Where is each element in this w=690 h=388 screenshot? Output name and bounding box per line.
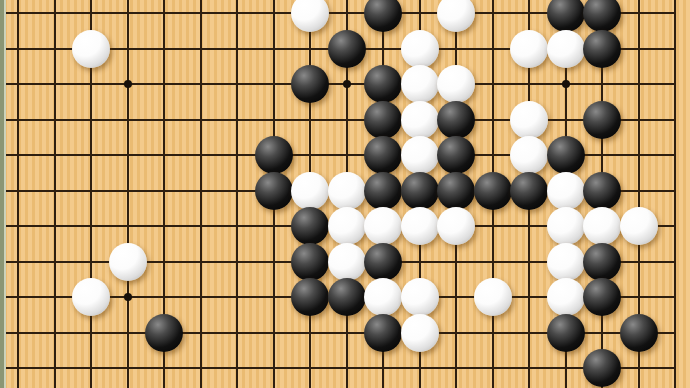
black-stone-18-11	[620, 314, 658, 352]
black-stone-9-10	[291, 278, 329, 316]
black-stone-8-6	[255, 136, 293, 174]
black-stone-15-7	[510, 172, 548, 210]
black-stone-13-6	[437, 136, 475, 174]
black-stone-10-10	[328, 278, 366, 316]
grid-line-h-12	[6, 367, 676, 369]
grid-line-v-1	[17, 0, 19, 388]
grid-line-v-4	[127, 0, 129, 388]
black-stone-17-3	[583, 30, 621, 68]
black-stone-11-2	[364, 0, 402, 32]
white-stone-16-10	[547, 278, 585, 316]
black-stone-13-5	[437, 101, 475, 139]
black-stone-11-11	[364, 314, 402, 352]
black-stone-17-9	[583, 243, 621, 281]
white-stone-15-3	[510, 30, 548, 68]
black-stone-14-7	[474, 172, 512, 210]
white-stone-12-6	[401, 136, 439, 174]
black-stone-11-5	[364, 101, 402, 139]
black-stone-17-5	[583, 101, 621, 139]
white-stone-12-5	[401, 101, 439, 139]
star-point-4-10	[124, 293, 132, 301]
grid-line-v-6	[200, 0, 202, 388]
black-stone-9-9	[291, 243, 329, 281]
black-stone-17-10	[583, 278, 621, 316]
black-stone-11-9	[364, 243, 402, 281]
grid-line-v-19	[674, 0, 676, 388]
black-stone-11-7	[364, 172, 402, 210]
white-stone-9-2	[291, 0, 329, 32]
grid-line-v-2	[54, 0, 56, 388]
white-stone-16-3	[547, 30, 585, 68]
white-stone-15-5	[510, 101, 548, 139]
white-stone-3-3	[72, 30, 110, 68]
star-point-16-4	[562, 80, 570, 88]
white-stone-11-10	[364, 278, 402, 316]
white-stone-9-7	[291, 172, 329, 210]
black-stone-12-7	[401, 172, 439, 210]
black-stone-9-8	[291, 207, 329, 245]
white-stone-16-7	[547, 172, 585, 210]
white-stone-10-7	[328, 172, 366, 210]
grid-line-v-7	[236, 0, 238, 388]
black-stone-16-11	[547, 314, 585, 352]
black-stone-17-7	[583, 172, 621, 210]
black-stone-11-4	[364, 65, 402, 103]
black-stone-17-12	[583, 349, 621, 387]
white-stone-3-10	[72, 278, 110, 316]
white-stone-14-10	[474, 278, 512, 316]
white-stone-16-8	[547, 207, 585, 245]
white-stone-15-6	[510, 136, 548, 174]
white-stone-11-8	[364, 207, 402, 245]
black-stone-10-3	[328, 30, 366, 68]
star-point-4-4	[124, 80, 132, 88]
white-stone-10-9	[328, 243, 366, 281]
white-stone-13-4	[437, 65, 475, 103]
black-stone-8-7	[255, 172, 293, 210]
white-stone-4-9	[109, 243, 147, 281]
black-stone-11-6	[364, 136, 402, 174]
grid-line-h-4	[6, 83, 676, 85]
black-stone-16-2	[547, 0, 585, 32]
go-board[interactable]	[0, 0, 690, 388]
white-stone-18-8	[620, 207, 658, 245]
star-point-10-4	[343, 80, 351, 88]
black-stone-16-6	[547, 136, 585, 174]
white-stone-17-8	[583, 207, 621, 245]
white-stone-12-8	[401, 207, 439, 245]
white-stone-12-11	[401, 314, 439, 352]
black-stone-5-11	[145, 314, 183, 352]
white-stone-10-8	[328, 207, 366, 245]
grid-line-h-5	[6, 119, 676, 121]
white-stone-12-4	[401, 65, 439, 103]
white-stone-16-9	[547, 243, 585, 281]
white-stone-12-3	[401, 30, 439, 68]
black-stone-17-2	[583, 0, 621, 32]
white-stone-12-10	[401, 278, 439, 316]
black-stone-13-7	[437, 172, 475, 210]
white-stone-13-2	[437, 0, 475, 32]
white-stone-13-8	[437, 207, 475, 245]
black-stone-9-4	[291, 65, 329, 103]
window-edge-strip-highlight	[4, 0, 6, 388]
